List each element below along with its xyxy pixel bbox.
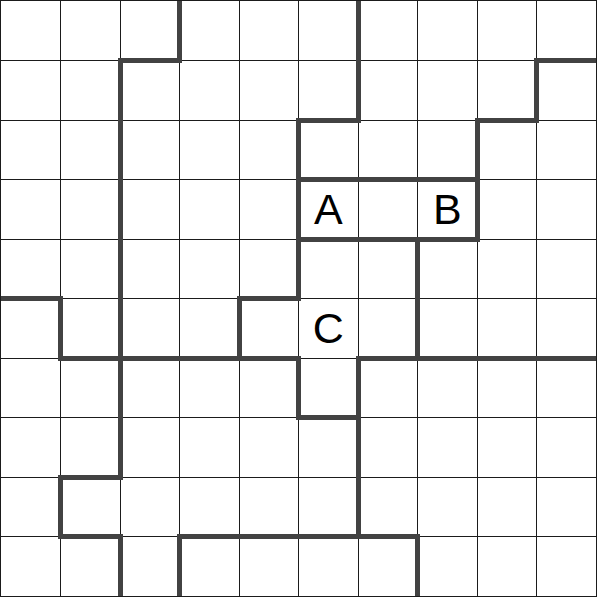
region-border-h-r8c1 bbox=[58, 475, 123, 480]
grid-line-horizontal-1 bbox=[1, 60, 596, 61]
grid-cell-r6c4[interactable] bbox=[239, 358, 299, 418]
grid-cell-r1c2[interactable] bbox=[120, 61, 180, 121]
grid-cell-r5c4[interactable] bbox=[239, 299, 299, 359]
region-border-h-r7c5 bbox=[296, 415, 361, 420]
grid-cell-r0c1[interactable] bbox=[61, 1, 121, 61]
region-border-h-r4c6 bbox=[356, 237, 421, 242]
grid-cell-r2c7[interactable] bbox=[418, 120, 478, 180]
grid-cell-r3c0[interactable] bbox=[1, 180, 61, 240]
grid-cell-r0c5[interactable] bbox=[299, 1, 359, 61]
region-border-h-r5c0 bbox=[0, 296, 63, 301]
region-border-h-r6c2 bbox=[118, 356, 183, 361]
grid-cell-r1c9[interactable] bbox=[537, 61, 597, 121]
region-border-h-r6c4 bbox=[237, 356, 302, 361]
region-border-v-r4c2 bbox=[118, 237, 123, 302]
region-border-v-r9c3 bbox=[177, 534, 182, 597]
region-border-v-r1c9 bbox=[534, 58, 539, 123]
region-border-v-r7c2 bbox=[118, 415, 123, 480]
region-border-v-r0c3 bbox=[177, 0, 182, 63]
grid-cell-r0c4[interactable] bbox=[239, 1, 299, 61]
region-border-v-r5c1 bbox=[58, 296, 63, 361]
region-border-h-r9c6 bbox=[356, 534, 421, 539]
grid-cell-r9c6[interactable] bbox=[358, 537, 418, 597]
grid-cell-r2c3[interactable] bbox=[180, 120, 240, 180]
grid-cell-r9c2[interactable] bbox=[120, 537, 180, 597]
grid-cell-r1c1[interactable] bbox=[61, 61, 121, 121]
region-border-h-r9c1 bbox=[58, 534, 123, 539]
grid-cell-r2c5[interactable] bbox=[299, 120, 359, 180]
grid-cell-r5c0[interactable] bbox=[1, 299, 61, 359]
region-border-h-r6c7 bbox=[415, 356, 480, 361]
grid-cell-r2c8[interactable] bbox=[477, 120, 537, 180]
region-border-v-r2c8 bbox=[475, 118, 480, 183]
grid-cell-r3c4[interactable] bbox=[239, 180, 299, 240]
grid-cell-r4c0[interactable] bbox=[1, 239, 61, 299]
grid-cell-r7c6[interactable] bbox=[358, 418, 418, 478]
grid-cell-r6c8[interactable] bbox=[477, 358, 537, 418]
grid-cell-r6c1[interactable] bbox=[61, 358, 121, 418]
grid-cell-r2c4[interactable] bbox=[239, 120, 299, 180]
region-border-v-r1c2 bbox=[118, 58, 123, 123]
grid-cell-r8c3[interactable] bbox=[180, 477, 240, 537]
region-border-v-r4c7 bbox=[415, 237, 420, 302]
grid-cell-r8c0[interactable] bbox=[1, 477, 61, 537]
region-border-h-r9c4 bbox=[237, 534, 302, 539]
grid-cell-r9c8[interactable] bbox=[477, 537, 537, 597]
region-border-h-r5c4 bbox=[237, 296, 302, 301]
region-border-h-r6c3 bbox=[177, 356, 242, 361]
grid-cell-r8c9[interactable] bbox=[537, 477, 597, 537]
cell-label-C: C bbox=[299, 299, 359, 359]
grid-cell-r1c0[interactable] bbox=[1, 61, 61, 121]
grid-cell-r5c1[interactable] bbox=[61, 299, 121, 359]
grid-cell-r2c9[interactable] bbox=[537, 120, 597, 180]
region-border-v-r8c6 bbox=[356, 475, 361, 540]
cell-label-A: A bbox=[299, 180, 359, 240]
grid-cell-r7c2[interactable] bbox=[120, 418, 180, 478]
grid-cell-r6c0[interactable] bbox=[1, 358, 61, 418]
grid-cell-r4c5[interactable] bbox=[299, 239, 359, 299]
grid-cell-r7c0[interactable] bbox=[1, 418, 61, 478]
grid-cell-r6c3[interactable] bbox=[180, 358, 240, 418]
grid-cell-r6c6[interactable] bbox=[358, 358, 418, 418]
grid-cell-r4c1[interactable] bbox=[61, 239, 121, 299]
region-border-v-r7c6 bbox=[356, 415, 361, 480]
grid-cell-r3c9[interactable] bbox=[537, 180, 597, 240]
region-border-v-r2c2 bbox=[118, 118, 123, 183]
grid-cell-r8c2[interactable] bbox=[120, 477, 180, 537]
grid-cell-r9c0[interactable] bbox=[1, 537, 61, 597]
grid-cell-r1c8[interactable] bbox=[477, 61, 537, 121]
grid-cell-r5c2[interactable] bbox=[120, 299, 180, 359]
grid-cell-r7c5[interactable] bbox=[299, 418, 359, 478]
grid-cell-r3c2[interactable] bbox=[120, 180, 180, 240]
grid-cell-r9c4[interactable] bbox=[239, 537, 299, 597]
grid-cell-r4c2[interactable] bbox=[120, 239, 180, 299]
grid-cell-r3c1[interactable] bbox=[61, 180, 121, 240]
region-border-v-r3c2 bbox=[118, 177, 123, 242]
grid-cell-r1c5[interactable] bbox=[299, 61, 359, 121]
grid-cell-r4c9[interactable] bbox=[537, 239, 597, 299]
grid-cell-r0c7[interactable] bbox=[418, 1, 478, 61]
grid-cell-r5c8[interactable] bbox=[477, 299, 537, 359]
region-border-h-r6c8 bbox=[475, 356, 540, 361]
grid-cell-r0c6[interactable] bbox=[358, 1, 418, 61]
region-border-h-r9c3 bbox=[177, 534, 242, 539]
grid-cell-r1c6[interactable] bbox=[358, 61, 418, 121]
region-border-v-r6c6 bbox=[356, 356, 361, 421]
region-border-v-r6c2 bbox=[118, 356, 123, 421]
region-border-v-r8c1 bbox=[58, 475, 63, 540]
grid-cell-r4c8[interactable] bbox=[477, 239, 537, 299]
region-border-h-r9c5 bbox=[296, 534, 361, 539]
grid-cell-r7c9[interactable] bbox=[537, 418, 597, 478]
grid-cell-r2c0[interactable] bbox=[1, 120, 61, 180]
region-border-h-r3c6 bbox=[356, 177, 421, 182]
grid-cell-r3c8[interactable] bbox=[477, 180, 537, 240]
grid-cell-r0c2[interactable] bbox=[120, 1, 180, 61]
cell-label-B: B bbox=[418, 180, 478, 240]
grid-cell-r8c8[interactable] bbox=[477, 477, 537, 537]
grid-cell-r5c9[interactable] bbox=[537, 299, 597, 359]
grid-cell-r8c7[interactable] bbox=[418, 477, 478, 537]
grid-cell-r0c9[interactable] bbox=[537, 1, 597, 61]
region-border-h-r6c6 bbox=[356, 356, 421, 361]
region-border-h-r2c8 bbox=[475, 118, 540, 123]
region-border-h-r1c9 bbox=[534, 58, 597, 63]
grid-cell-r7c3[interactable] bbox=[180, 418, 240, 478]
grid-cell-r0c0[interactable] bbox=[1, 1, 61, 61]
grid-cell-r7c1[interactable] bbox=[61, 418, 121, 478]
grid-cell-r7c7[interactable] bbox=[418, 418, 478, 478]
grid-cell-r6c2[interactable] bbox=[120, 358, 180, 418]
grid-cell-r8c5[interactable] bbox=[299, 477, 359, 537]
grid-cell-r9c5[interactable] bbox=[299, 537, 359, 597]
grid-cell-r1c7[interactable] bbox=[418, 61, 478, 121]
grid-cell-r8c4[interactable] bbox=[239, 477, 299, 537]
region-border-h-r2c5 bbox=[296, 118, 361, 123]
grid-cell-r1c4[interactable] bbox=[239, 61, 299, 121]
region-border-h-r1c2 bbox=[118, 58, 183, 63]
grid-cell-r6c9[interactable] bbox=[537, 358, 597, 418]
grid-cell-r2c1[interactable] bbox=[61, 120, 121, 180]
grid-cell-r4c4[interactable] bbox=[239, 239, 299, 299]
grid-cell-r0c3[interactable] bbox=[180, 1, 240, 61]
region-border-v-r9c2 bbox=[118, 534, 123, 597]
grid-cell-r8c1[interactable] bbox=[61, 477, 121, 537]
grid-cell-r3c3[interactable] bbox=[180, 180, 240, 240]
grid-cell-r2c2[interactable] bbox=[120, 120, 180, 180]
grid-cell-r3c6[interactable] bbox=[358, 180, 418, 240]
region-border-v-r0c6 bbox=[356, 0, 361, 63]
grid-cell-r9c9[interactable] bbox=[537, 537, 597, 597]
region-border-v-r9c7 bbox=[415, 534, 420, 597]
grid-cell-r4c7[interactable] bbox=[418, 239, 478, 299]
grid-cell-r0c8[interactable] bbox=[477, 1, 537, 61]
grid-cell-r9c7[interactable] bbox=[418, 537, 478, 597]
grid-cell-r1c3[interactable] bbox=[180, 61, 240, 121]
grid-cell-r2c6[interactable] bbox=[358, 120, 418, 180]
grid-cell-r5c6[interactable] bbox=[358, 299, 418, 359]
region-border-v-r1c6 bbox=[356, 58, 361, 123]
grid-cell-r8c6[interactable] bbox=[358, 477, 418, 537]
region-border-v-r5c4 bbox=[237, 296, 242, 361]
grid-cell-r4c3[interactable] bbox=[180, 239, 240, 299]
grid-cell-r5c3[interactable] bbox=[180, 299, 240, 359]
region-border-h-r6c1 bbox=[58, 356, 123, 361]
grid-cell-r9c3[interactable] bbox=[180, 537, 240, 597]
grid-cell-r9c1[interactable] bbox=[61, 537, 121, 597]
region-border-v-r5c2 bbox=[118, 296, 123, 361]
grid-cell-r4c6[interactable] bbox=[358, 239, 418, 299]
region-border-v-r5c7 bbox=[415, 296, 420, 361]
grid-cell-r7c8[interactable] bbox=[477, 418, 537, 478]
region-border-v-r4c5 bbox=[296, 237, 301, 302]
grid-cell-r5c7[interactable] bbox=[418, 299, 478, 359]
region-border-h-r6c9 bbox=[534, 356, 597, 361]
puzzle-board: ABC bbox=[0, 0, 597, 597]
region-border-v-r2c5 bbox=[296, 118, 301, 183]
grid-cell-r6c7[interactable] bbox=[418, 358, 478, 418]
region-border-v-r6c5 bbox=[296, 356, 301, 421]
grid-cell-r7c4[interactable] bbox=[239, 418, 299, 478]
grid-cell-r6c5[interactable] bbox=[299, 358, 359, 418]
